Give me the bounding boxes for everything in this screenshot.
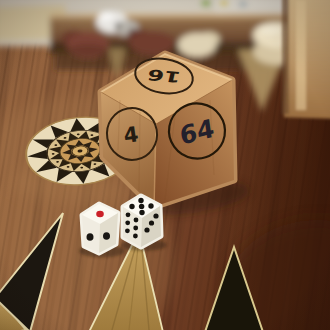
cube-face-16: 16 bbox=[145, 66, 182, 87]
die-left-ace-pip bbox=[96, 211, 104, 217]
board-scene: 16 4 64 bbox=[0, 0, 330, 330]
die-left bbox=[82, 204, 118, 253]
die-right bbox=[123, 196, 161, 247]
backgammon-photo: 16 4 64 bbox=[0, 0, 330, 330]
right-rail bbox=[282, 0, 330, 119]
backdrop-yellow-dot bbox=[220, 0, 228, 6]
